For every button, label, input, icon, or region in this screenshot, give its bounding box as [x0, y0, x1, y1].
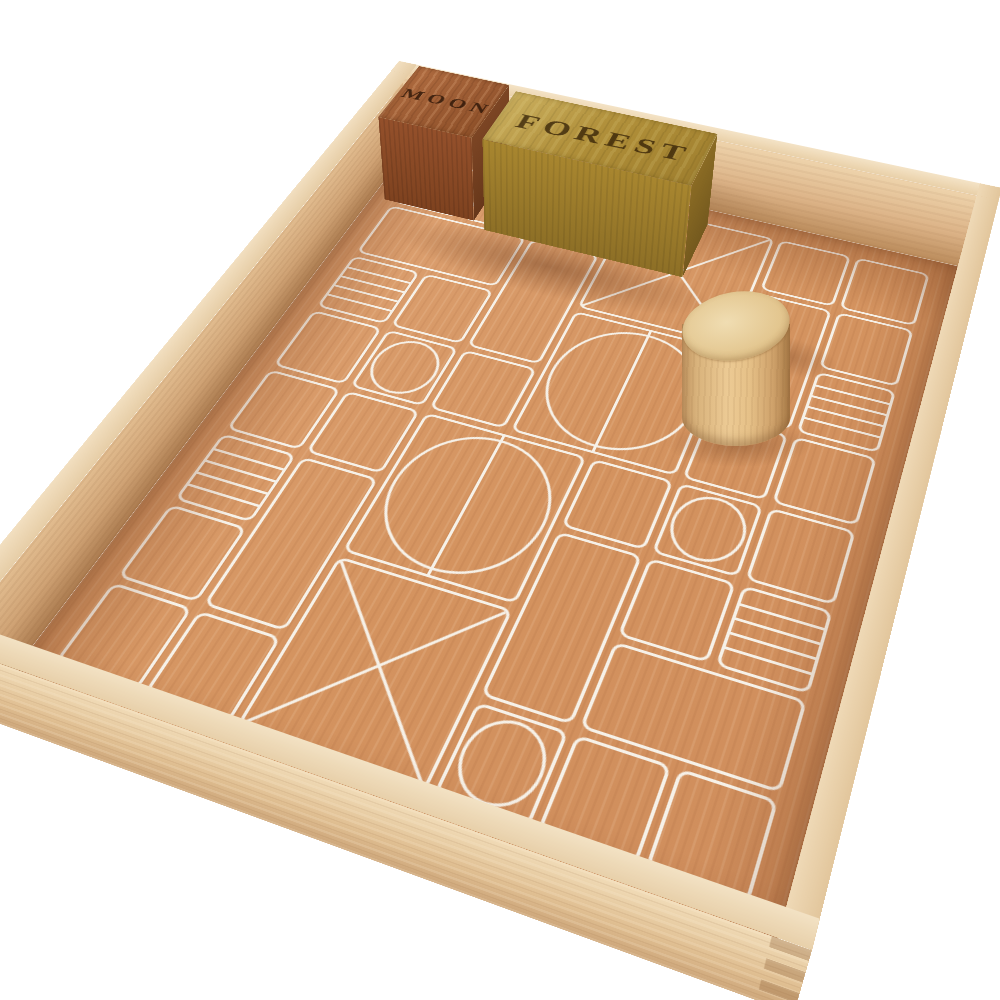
board-cell-plain[interactable]	[617, 558, 736, 663]
board-cell-plain[interactable]	[117, 504, 247, 602]
board-cell-plain[interactable]	[561, 458, 674, 550]
board-cell-plain[interactable]	[480, 531, 642, 725]
board-grid	[54, 159, 929, 904]
game-tray: MOON FOREST	[0, 143, 958, 972]
photo-background: MOON FOREST	[0, 0, 1000, 1000]
board-cell-stripes[interactable]	[174, 434, 296, 523]
board-cell-stripes[interactable]	[715, 585, 833, 694]
board-cell-plain[interactable]	[203, 457, 378, 632]
cylinder-pawn[interactable]	[680, 292, 794, 468]
scene: MOON FOREST	[0, 0, 1000, 1000]
board-cell-plain[interactable]	[579, 642, 807, 794]
board-cell-plain[interactable]	[745, 507, 856, 606]
board-cell-circle[interactable]	[651, 482, 763, 577]
